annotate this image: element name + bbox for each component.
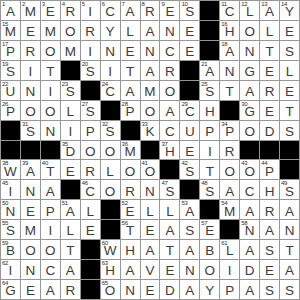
- cell-letter: A: [145, 241, 154, 258]
- cell-r14c14[interactable]: E: [260, 260, 279, 279]
- cell-r6c14[interactable]: E: [260, 101, 279, 120]
- cell-r15c13[interactable]: A: [240, 280, 259, 299]
- cell-r15c2[interactable]: E: [21, 280, 40, 299]
- cell-r7c15[interactable]: S: [280, 121, 299, 140]
- clue-number: 54: [221, 200, 227, 207]
- clue-number: 63: [102, 260, 108, 267]
- cell-letter: A: [245, 241, 254, 258]
- cell-r4c12[interactable]: N: [220, 61, 239, 80]
- clue-number: 2: [22, 1, 25, 8]
- cell-r13c2[interactable]: O: [21, 240, 40, 259]
- cell-r3c8[interactable]: N: [141, 41, 160, 60]
- cell-r11c15[interactable]: A: [280, 200, 299, 219]
- cell-r15c15[interactable]: S: [280, 280, 299, 299]
- cell-r15c1[interactable]: 64G: [1, 280, 20, 299]
- cell-r14c4[interactable]: A: [61, 260, 80, 279]
- cell-r9c6[interactable]: L: [101, 160, 120, 179]
- cell-letter: R: [265, 202, 275, 219]
- clue-number: 6: [102, 1, 105, 8]
- cell-r14c9[interactable]: E: [160, 260, 179, 279]
- cell-r15c10[interactable]: A: [180, 280, 199, 299]
- cell-r3c5[interactable]: I: [81, 41, 100, 60]
- cell-r2c3[interactable]: M: [41, 21, 60, 40]
- cell-r10c13[interactable]: C: [240, 180, 259, 199]
- cell-letter: I: [9, 261, 13, 278]
- cell-letter: E: [145, 281, 154, 298]
- cell-r1c5[interactable]: 5I: [81, 1, 100, 20]
- cell-r6c13[interactable]: 30G: [240, 101, 259, 120]
- cell-r14c6[interactable]: 63H: [101, 260, 120, 279]
- cell-r14c15[interactable]: A: [280, 260, 299, 279]
- cell-r6c1[interactable]: 26P: [1, 101, 20, 120]
- cell-r9c1[interactable]: 38W: [1, 160, 20, 179]
- cell-r11c14[interactable]: R: [260, 200, 279, 219]
- cell-r11c9[interactable]: L: [160, 200, 179, 219]
- clue-number: 65: [102, 280, 108, 287]
- cell-letter: O: [145, 102, 156, 119]
- cell-letter: S: [265, 241, 274, 258]
- cell-r13c3[interactable]: O: [41, 240, 60, 259]
- clue-number: 49: [281, 180, 287, 187]
- cell-letter: O: [25, 241, 36, 258]
- cell-r7c5[interactable]: P: [81, 121, 100, 140]
- cell-letter: A: [126, 2, 135, 19]
- cell-r3c12[interactable]: 18A: [220, 41, 239, 60]
- cell-letter: O: [105, 182, 116, 199]
- cell-letter: S: [285, 42, 294, 59]
- cell-r11c13[interactable]: A: [240, 200, 259, 219]
- cell-letter: N: [105, 42, 115, 59]
- clue-number: 13: [261, 1, 267, 8]
- cell-r7c9[interactable]: C: [160, 121, 179, 140]
- block-r9c15: [280, 160, 299, 179]
- cell-r11c12[interactable]: 54M: [220, 200, 239, 219]
- cell-r5c13[interactable]: A: [240, 81, 259, 100]
- cell-letter: Y: [106, 22, 115, 39]
- cell-r3c9[interactable]: C: [160, 41, 179, 60]
- clue-number: 3: [42, 1, 45, 8]
- cell-r13c15[interactable]: T: [280, 240, 299, 259]
- cell-r3c15[interactable]: S: [280, 41, 299, 60]
- cell-r11c4[interactable]: 51A: [61, 200, 80, 219]
- cell-r5c4[interactable]: 23S: [61, 81, 80, 100]
- block-r10c4: [61, 180, 80, 199]
- cell-r10c1[interactable]: 45I: [1, 180, 20, 199]
- cell-r8c10[interactable]: E: [180, 141, 199, 160]
- cell-r5c9[interactable]: O: [160, 81, 179, 100]
- cell-r1c4[interactable]: 4R: [61, 1, 80, 20]
- cell-r6c3[interactable]: O: [41, 101, 60, 120]
- clue-number: 18: [221, 41, 227, 48]
- cell-r10c14[interactable]: H: [260, 180, 279, 199]
- block-r15c5: [81, 280, 100, 299]
- cell-r4c13[interactable]: G: [240, 61, 259, 80]
- cell-r11c2[interactable]: E: [21, 200, 40, 219]
- cell-r14c7[interactable]: A: [121, 260, 140, 279]
- cell-letter: L: [67, 221, 75, 238]
- clue-number: 34: [221, 121, 227, 128]
- cell-r12c3[interactable]: I: [41, 220, 60, 239]
- cell-r10c15[interactable]: 49S: [280, 180, 299, 199]
- cell-letter: N: [285, 221, 295, 238]
- cell-r2c1[interactable]: 15M: [1, 21, 20, 40]
- cell-r4c6[interactable]: I: [101, 61, 120, 80]
- clue-number: 44: [261, 160, 267, 167]
- clue-number: 21: [201, 61, 207, 68]
- cell-r4c2[interactable]: I: [21, 61, 40, 80]
- cell-r2c13[interactable]: O: [240, 21, 259, 40]
- cell-r5c11[interactable]: 25S: [200, 81, 219, 100]
- cell-r4c14[interactable]: E: [260, 61, 279, 80]
- cell-letter: L: [166, 202, 174, 219]
- cell-r5c8[interactable]: M: [141, 81, 160, 100]
- cell-r2c5[interactable]: R: [81, 21, 100, 40]
- cell-letter: S: [285, 281, 294, 298]
- cell-r6c10[interactable]: 29C: [180, 101, 199, 120]
- cell-r1c2[interactable]: 2M: [21, 1, 40, 20]
- cell-letter: E: [185, 22, 194, 39]
- cell-r9c11[interactable]: T: [200, 160, 219, 179]
- cell-r11c7[interactable]: 52E: [121, 200, 140, 219]
- cell-r10c5[interactable]: 46C: [81, 180, 100, 199]
- cell-letter: R: [65, 281, 75, 298]
- cell-r14c12[interactable]: I: [220, 260, 239, 279]
- cell-r7c14[interactable]: D: [260, 121, 279, 140]
- cell-r12c11[interactable]: 57E: [200, 220, 219, 239]
- cell-letter: P: [205, 122, 214, 139]
- cell-r12c4[interactable]: L: [61, 220, 80, 239]
- cell-r10c12[interactable]: A: [220, 180, 239, 199]
- cell-r4c7[interactable]: T: [121, 61, 140, 80]
- clue-number: 7: [122, 1, 125, 8]
- cell-letter: E: [145, 221, 154, 238]
- cell-r9c10[interactable]: 42S: [180, 160, 199, 179]
- cell-r6c9[interactable]: A: [160, 101, 179, 120]
- cell-r7c8[interactable]: 33K: [141, 121, 160, 140]
- clue-number: 23: [62, 81, 68, 88]
- cell-r9c4[interactable]: E: [61, 160, 80, 179]
- cell-r12c15[interactable]: N: [280, 220, 299, 239]
- cell-letter: L: [106, 162, 114, 179]
- cell-r14c8[interactable]: V: [141, 260, 160, 279]
- cell-letter: I: [208, 142, 212, 159]
- cell-r3c4[interactable]: M: [61, 41, 80, 60]
- cell-letter: T: [206, 162, 214, 179]
- cell-letter: I: [9, 182, 13, 199]
- cell-letter: I: [88, 42, 92, 59]
- clue-number: 31: [22, 121, 28, 128]
- cell-letter: R: [165, 62, 175, 79]
- cell-r1c15[interactable]: 14Y: [280, 1, 299, 20]
- block-r8c14: [260, 141, 279, 160]
- cell-letter: D: [165, 281, 175, 298]
- cell-r13c10[interactable]: A: [180, 240, 199, 259]
- cell-r13c11[interactable]: B: [200, 240, 219, 259]
- cell-r10c7[interactable]: R: [121, 180, 140, 199]
- cell-r9c12[interactable]: O: [220, 160, 239, 179]
- cell-r5c12[interactable]: T: [220, 81, 239, 100]
- cell-r12c14[interactable]: A: [260, 220, 279, 239]
- cell-letter: G: [244, 62, 255, 79]
- cell-letter: A: [285, 261, 294, 278]
- cell-r1c7[interactable]: 7A: [121, 1, 140, 20]
- cell-letter: T: [166, 241, 174, 258]
- cell-letter: H: [265, 182, 275, 199]
- cell-r12c7[interactable]: 56T: [121, 220, 140, 239]
- block-r11c11: [200, 200, 219, 219]
- cell-r9c5[interactable]: R: [81, 160, 100, 179]
- cell-r12c9[interactable]: A: [160, 220, 179, 239]
- block-r4c4: [61, 61, 80, 80]
- cell-r10c6[interactable]: O: [101, 180, 120, 199]
- cell-r10c9[interactable]: 47S: [160, 180, 179, 199]
- cell-letter: A: [126, 82, 135, 99]
- cell-letter: N: [245, 42, 255, 59]
- cell-r4c8[interactable]: A: [141, 61, 160, 80]
- cell-r5c1[interactable]: 22U: [1, 81, 20, 100]
- cell-letter: L: [86, 202, 94, 219]
- cell-r2c9[interactable]: N: [160, 21, 179, 40]
- cell-r14c1[interactable]: 62I: [1, 260, 20, 279]
- cell-letter: A: [145, 22, 154, 39]
- clue-number: 10: [181, 1, 187, 8]
- cell-r2c2[interactable]: E: [21, 21, 40, 40]
- cell-r7c12[interactable]: 34P: [220, 121, 239, 140]
- cell-r3c7[interactable]: E: [121, 41, 140, 60]
- cell-r8c12[interactable]: R: [220, 141, 239, 160]
- cell-r8c6[interactable]: O: [101, 141, 120, 160]
- cell-letter: Y: [205, 281, 214, 298]
- cell-r12c2[interactable]: M: [21, 220, 40, 239]
- cell-r4c11[interactable]: 21A: [200, 61, 219, 80]
- cell-r3c1[interactable]: 17P: [1, 41, 20, 60]
- cell-r14c2[interactable]: N: [21, 260, 40, 279]
- cell-r11c1[interactable]: 50N: [1, 200, 20, 219]
- cell-r2c8[interactable]: A: [141, 21, 160, 40]
- clue-number: 4: [62, 1, 65, 8]
- cell-r2c15[interactable]: E: [280, 21, 299, 40]
- clue-number: 52: [122, 200, 128, 207]
- cell-r9c14[interactable]: 44P: [260, 160, 279, 179]
- cell-r2c6[interactable]: Y: [101, 21, 120, 40]
- cell-r13c8[interactable]: A: [141, 240, 160, 259]
- cell-r9c3[interactable]: 40T: [41, 160, 60, 179]
- clue-number: 50: [2, 200, 8, 207]
- cell-letter: A: [225, 182, 234, 199]
- block-r11c6: [101, 200, 120, 219]
- cell-r15c3[interactable]: A: [41, 280, 60, 299]
- cell-r1c1[interactable]: 1A: [1, 1, 20, 20]
- cell-r1c12[interactable]: 11C: [220, 1, 239, 20]
- cell-r13c12[interactable]: 61L: [220, 240, 239, 259]
- cell-letter: N: [145, 42, 155, 59]
- cell-r15c9[interactable]: D: [160, 280, 179, 299]
- cell-letter: I: [68, 122, 72, 139]
- cell-r8c9[interactable]: 37H: [160, 141, 179, 160]
- cell-r3c2[interactable]: R: [21, 41, 40, 60]
- clue-number: 61: [221, 240, 227, 247]
- cell-r8c4[interactable]: 35D: [61, 141, 80, 160]
- cell-r13c9[interactable]: T: [160, 240, 179, 259]
- cell-r6c8[interactable]: O: [141, 101, 160, 120]
- cell-r7c3[interactable]: N: [41, 121, 60, 140]
- cell-r12c8[interactable]: E: [141, 220, 160, 239]
- cell-r2c14[interactable]: L: [260, 21, 279, 40]
- cell-r15c11[interactable]: Y: [200, 280, 219, 299]
- cell-r13c1[interactable]: 59B: [1, 240, 20, 259]
- cell-r6c4[interactable]: L: [61, 101, 80, 120]
- cell-r5c6[interactable]: 24C: [101, 81, 120, 100]
- block-r12c6: [101, 220, 120, 239]
- cell-letter: M: [25, 2, 36, 19]
- cell-r10c11[interactable]: 48S: [200, 180, 219, 199]
- cell-r1c8[interactable]: 8R: [141, 1, 160, 20]
- cell-letter: E: [66, 162, 75, 179]
- block-r7c1: [1, 121, 20, 140]
- cell-r2c10[interactable]: E: [180, 21, 199, 40]
- cell-letter: A: [145, 62, 154, 79]
- cell-letter: O: [244, 122, 255, 139]
- cell-r5c15[interactable]: E: [280, 81, 299, 100]
- cell-letter: C: [165, 42, 175, 59]
- cell-letter: E: [26, 22, 35, 39]
- cell-letter: E: [165, 2, 174, 19]
- cell-r4c15[interactable]: L: [280, 61, 299, 80]
- cell-r3c13[interactable]: N: [240, 41, 259, 60]
- cell-r7c11[interactable]: P: [200, 121, 219, 140]
- cell-r15c7[interactable]: N: [121, 280, 140, 299]
- cell-r2c12[interactable]: 16H: [220, 21, 239, 40]
- cell-r12c13[interactable]: 58N: [240, 220, 259, 239]
- cell-r15c14[interactable]: S: [260, 280, 279, 299]
- cell-r15c8[interactable]: E: [141, 280, 160, 299]
- block-r8c15: [280, 141, 299, 160]
- cell-r14c10[interactable]: N: [180, 260, 199, 279]
- cell-r14c3[interactable]: C: [41, 260, 60, 279]
- cell-r13c14[interactable]: S: [260, 240, 279, 259]
- cell-r9c13[interactable]: 43O: [240, 160, 259, 179]
- clue-number: 46: [82, 180, 88, 187]
- cell-r1c14[interactable]: 13A: [260, 1, 279, 20]
- cell-r9c8[interactable]: 41O: [141, 160, 160, 179]
- cell-r10c3[interactable]: A: [41, 180, 60, 199]
- cell-r6c2[interactable]: O: [21, 101, 40, 120]
- cell-letter: T: [265, 42, 273, 59]
- cell-r12c1[interactable]: 55S: [1, 220, 20, 239]
- cell-r14c13[interactable]: D: [240, 260, 259, 279]
- cell-r6c7[interactable]: 28P: [121, 101, 140, 120]
- cell-r6c5[interactable]: 27S: [81, 101, 100, 120]
- clue-number: 28: [122, 101, 128, 108]
- cell-r1c10[interactable]: 10S: [180, 1, 199, 20]
- cell-r2c4[interactable]: O: [61, 21, 80, 40]
- clue-number: 19: [2, 61, 8, 68]
- clue-number: 60: [102, 240, 108, 247]
- clue-number: 47: [161, 180, 167, 187]
- cell-r12c5[interactable]: E: [81, 220, 100, 239]
- cell-letter: T: [46, 62, 54, 79]
- cell-r1c9[interactable]: 9E: [160, 1, 179, 20]
- cell-letter: O: [65, 22, 76, 39]
- clue-number: 51: [62, 200, 68, 207]
- clue-number: 12: [241, 1, 247, 8]
- cell-r8c11[interactable]: I: [200, 141, 219, 160]
- cell-r5c7[interactable]: A: [121, 81, 140, 100]
- cell-r2c7[interactable]: L: [121, 21, 140, 40]
- cell-r7c10[interactable]: U: [180, 121, 199, 140]
- cell-letter: I: [88, 2, 92, 19]
- cell-r4c1[interactable]: 19S: [1, 61, 20, 80]
- cell-letter: O: [105, 142, 116, 159]
- clue-number: 59: [2, 240, 8, 247]
- cell-r4c3[interactable]: T: [41, 61, 60, 80]
- cell-letter: B: [205, 241, 214, 258]
- cell-r1c3[interactable]: 3E: [41, 1, 60, 20]
- cell-r11c10[interactable]: 53A: [180, 200, 199, 219]
- cell-letter: L: [286, 62, 294, 79]
- cell-r14c11[interactable]: O: [200, 260, 219, 279]
- clue-number: 56: [122, 220, 128, 227]
- cell-r7c13[interactable]: O: [240, 121, 259, 140]
- cell-r15c4[interactable]: R: [61, 280, 80, 299]
- cell-r12c10[interactable]: S: [180, 220, 199, 239]
- cell-r9c2[interactable]: 39A: [21, 160, 40, 179]
- cell-r15c12[interactable]: P: [220, 280, 239, 299]
- cell-r13c4[interactable]: T: [61, 240, 80, 259]
- cell-letter: M: [45, 22, 56, 39]
- cell-r15c6[interactable]: 65O: [101, 280, 120, 299]
- clue-number: 15: [2, 21, 8, 28]
- cell-letter: A: [245, 281, 254, 298]
- cell-r1c13[interactable]: 12L: [240, 1, 259, 20]
- cell-letter: E: [285, 82, 294, 99]
- cell-r5c2[interactable]: N: [21, 81, 40, 100]
- cell-letter: N: [26, 261, 36, 278]
- cell-letter: I: [48, 221, 52, 238]
- cell-r11c8[interactable]: L: [141, 200, 160, 219]
- cell-r8c7[interactable]: 36M: [121, 141, 140, 160]
- cell-r7c6[interactable]: 32S: [101, 121, 120, 140]
- cell-r3c10[interactable]: E: [180, 41, 199, 60]
- cell-letter: E: [26, 281, 35, 298]
- cell-r7c2[interactable]: 31S: [21, 121, 40, 140]
- cell-r13c6[interactable]: 60W: [101, 240, 120, 259]
- cell-r1c6[interactable]: 6C: [101, 1, 120, 20]
- cell-r10c2[interactable]: N: [21, 180, 40, 199]
- cell-r9c7[interactable]: O: [121, 160, 140, 179]
- cell-r4c9[interactable]: R: [160, 61, 179, 80]
- cell-r3c14[interactable]: T: [260, 41, 279, 60]
- cell-r11c5[interactable]: L: [81, 200, 100, 219]
- cell-r11c3[interactable]: P: [41, 200, 60, 219]
- clue-number: 45: [2, 180, 8, 187]
- cell-r7c4[interactable]: I: [61, 121, 80, 140]
- cell-r13c13[interactable]: A: [240, 240, 259, 259]
- cell-r3c6[interactable]: N: [101, 41, 120, 60]
- cell-r6c15[interactable]: T: [280, 101, 299, 120]
- cell-r3c3[interactable]: O: [41, 41, 60, 60]
- cell-r8c5[interactable]: O: [81, 141, 100, 160]
- cell-letter: O: [25, 102, 36, 119]
- cell-r13c7[interactable]: H: [121, 240, 140, 259]
- cell-r5c3[interactable]: I: [41, 81, 60, 100]
- block-r9c9: [160, 160, 179, 179]
- cell-r4c5[interactable]: 20S: [81, 61, 100, 80]
- cell-r6c11[interactable]: H: [200, 101, 219, 120]
- cell-r10c8[interactable]: N: [141, 180, 160, 199]
- cell-letter: D: [265, 122, 275, 139]
- cell-r5c14[interactable]: R: [260, 81, 279, 100]
